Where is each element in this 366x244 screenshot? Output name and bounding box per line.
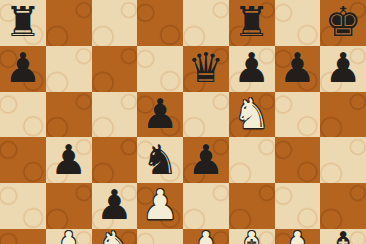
square-b5[interactable]: ♟ (46, 137, 92, 183)
piece-white-pawn-d4[interactable]: ♟ (142, 185, 179, 226)
square-d6[interactable]: ♟ (137, 92, 183, 138)
piece-black-pawn-d6[interactable]: ♟ (142, 94, 179, 135)
square-c3[interactable]: ♞ (92, 229, 138, 244)
piece-black-rook-f8[interactable]: ♜ (233, 2, 270, 43)
square-f8[interactable]: ♜ (229, 0, 275, 46)
square-d8[interactable] (137, 0, 183, 46)
square-c6[interactable] (92, 92, 138, 138)
square-b8[interactable] (46, 0, 92, 46)
piece-black-rook-a8[interactable]: ♜ (4, 2, 41, 43)
piece-black-pawn-g7[interactable]: ♟ (279, 48, 316, 89)
square-h5[interactable] (320, 137, 366, 183)
piece-black-pawn-a7[interactable]: ♟ (4, 48, 41, 89)
chess-board: ♜♜♚♟♛♟♟♟♟♞♟♞♟♟♟♟♞♟♝♟♝ (0, 0, 366, 244)
piece-white-pawn-e3[interactable]: ♟ (187, 227, 224, 244)
square-c8[interactable] (92, 0, 138, 46)
piece-black-queen-e7[interactable]: ♛ (187, 48, 224, 89)
square-g4[interactable] (275, 183, 321, 229)
square-d3[interactable] (137, 229, 183, 244)
square-e8[interactable] (183, 0, 229, 46)
piece-white-knight-f6[interactable]: ♞ (233, 94, 270, 135)
piece-black-pawn-h7[interactable]: ♟ (325, 48, 362, 89)
square-h8[interactable]: ♚ (320, 0, 366, 46)
piece-black-pawn-f7[interactable]: ♟ (233, 48, 270, 89)
square-g5[interactable] (275, 137, 321, 183)
square-e4[interactable] (183, 183, 229, 229)
square-d4[interactable]: ♟ (137, 183, 183, 229)
square-c5[interactable] (92, 137, 138, 183)
square-c4[interactable]: ♟ (92, 183, 138, 229)
square-a6[interactable] (0, 92, 46, 138)
piece-white-bishop-f3[interactable]: ♝ (233, 227, 270, 244)
square-e3[interactable]: ♟ (183, 229, 229, 244)
piece-white-knight-c3[interactable]: ♞ (96, 227, 133, 244)
square-e7[interactable]: ♛ (183, 46, 229, 92)
square-d5[interactable]: ♞ (137, 137, 183, 183)
square-c7[interactable] (92, 46, 138, 92)
square-e5[interactable]: ♟ (183, 137, 229, 183)
piece-black-pawn-b5[interactable]: ♟ (50, 140, 87, 181)
piece-black-bishop-h3[interactable]: ♝ (325, 227, 362, 244)
square-h4[interactable] (320, 183, 366, 229)
square-h7[interactable]: ♟ (320, 46, 366, 92)
square-a8[interactable]: ♜ (0, 0, 46, 46)
piece-black-pawn-e5[interactable]: ♟ (187, 140, 224, 181)
piece-black-pawn-c4[interactable]: ♟ (96, 185, 133, 226)
square-a4[interactable] (0, 183, 46, 229)
chess-diagram: ♜♜♚♟♛♟♟♟♟♞♟♞♟♟♟♟♞♟♝♟♝ (0, 0, 366, 244)
piece-white-pawn-b3[interactable]: ♟ (50, 227, 87, 244)
square-f7[interactable]: ♟ (229, 46, 275, 92)
piece-black-knight-d5[interactable]: ♞ (142, 140, 179, 181)
square-b7[interactable] (46, 46, 92, 92)
square-e6[interactable] (183, 92, 229, 138)
square-g7[interactable]: ♟ (275, 46, 321, 92)
piece-white-pawn-g3[interactable]: ♟ (279, 227, 316, 244)
square-b6[interactable] (46, 92, 92, 138)
square-a7[interactable]: ♟ (0, 46, 46, 92)
square-g8[interactable] (275, 0, 321, 46)
square-g6[interactable] (275, 92, 321, 138)
square-b4[interactable] (46, 183, 92, 229)
square-a3[interactable] (0, 229, 46, 244)
square-f6[interactable]: ♞ (229, 92, 275, 138)
square-f5[interactable] (229, 137, 275, 183)
square-h6[interactable] (320, 92, 366, 138)
piece-black-king-h8[interactable]: ♚ (325, 2, 362, 43)
square-g3[interactable]: ♟ (275, 229, 321, 244)
square-f3[interactable]: ♝ (229, 229, 275, 244)
square-d7[interactable] (137, 46, 183, 92)
square-b3[interactable]: ♟ (46, 229, 92, 244)
square-a5[interactable] (0, 137, 46, 183)
square-h3[interactable]: ♝ (320, 229, 366, 244)
square-f4[interactable] (229, 183, 275, 229)
